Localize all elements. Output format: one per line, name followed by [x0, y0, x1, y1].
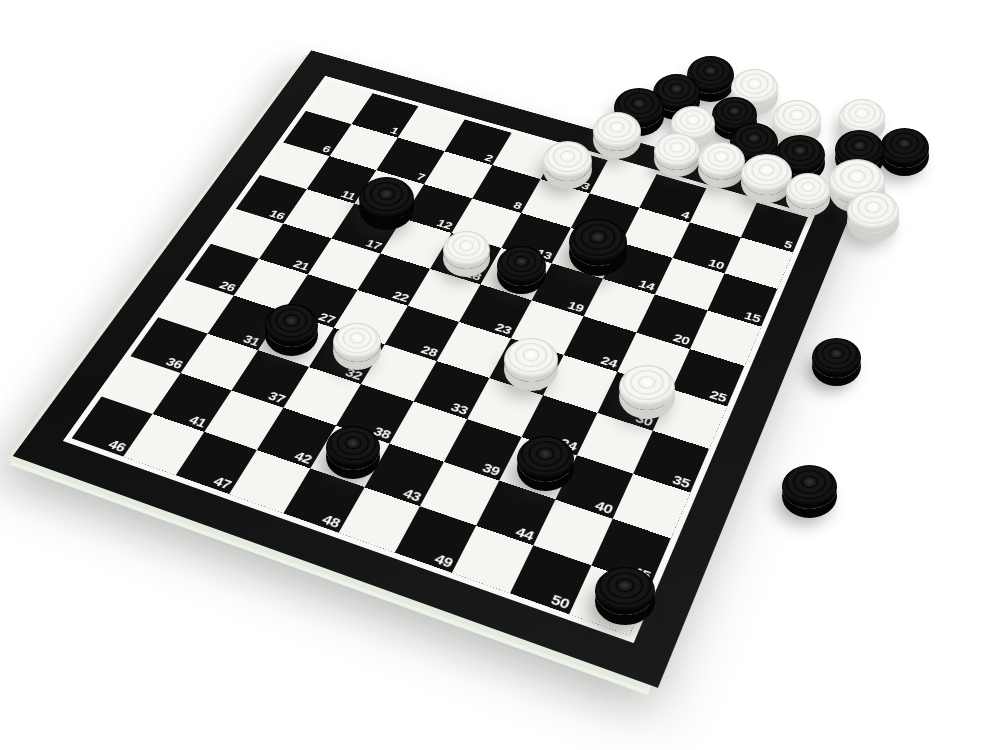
black-piece-square-17[interactable] [359, 177, 414, 221]
white-piece-offboard-18[interactable] [786, 173, 830, 209]
black-piece-square-34[interactable] [517, 436, 574, 482]
white-piece-offboard-7[interactable] [773, 100, 821, 139]
square-number: 5 [782, 238, 793, 250]
square-number: 47 [211, 474, 234, 491]
black-piece-offboard-11[interactable] [880, 128, 929, 168]
square-number: 46 [106, 437, 128, 454]
square-number: 50 [549, 592, 572, 611]
white-piece-offboard-13[interactable] [654, 133, 700, 170]
black-piece-offboard-20[interactable] [812, 338, 861, 378]
black-piece-square-19[interactable] [497, 246, 546, 286]
black-piece-offboard-21[interactable] [782, 465, 837, 509]
square-number: 48 [320, 512, 343, 530]
white-piece-square-3[interactable] [543, 141, 592, 181]
white-piece-offboard-16[interactable] [741, 154, 792, 195]
square-number: 4 [680, 209, 692, 220]
white-piece-offboard-19[interactable] [847, 191, 899, 233]
black-piece-square-31[interactable] [265, 304, 318, 347]
white-piece-square-30[interactable] [619, 365, 675, 410]
black-piece-square-45[interactable] [595, 567, 655, 615]
black-piece-square-9[interactable] [569, 219, 627, 266]
board-photo-scene: 1234567891011121314151617181920212223242… [0, 0, 1000, 750]
white-piece-square-18[interactable] [443, 231, 490, 269]
square-number: 3 [580, 180, 592, 191]
square-number: 49 [433, 551, 456, 569]
white-piece-offboard-15[interactable] [698, 142, 745, 180]
square-number: 8 [512, 200, 524, 211]
